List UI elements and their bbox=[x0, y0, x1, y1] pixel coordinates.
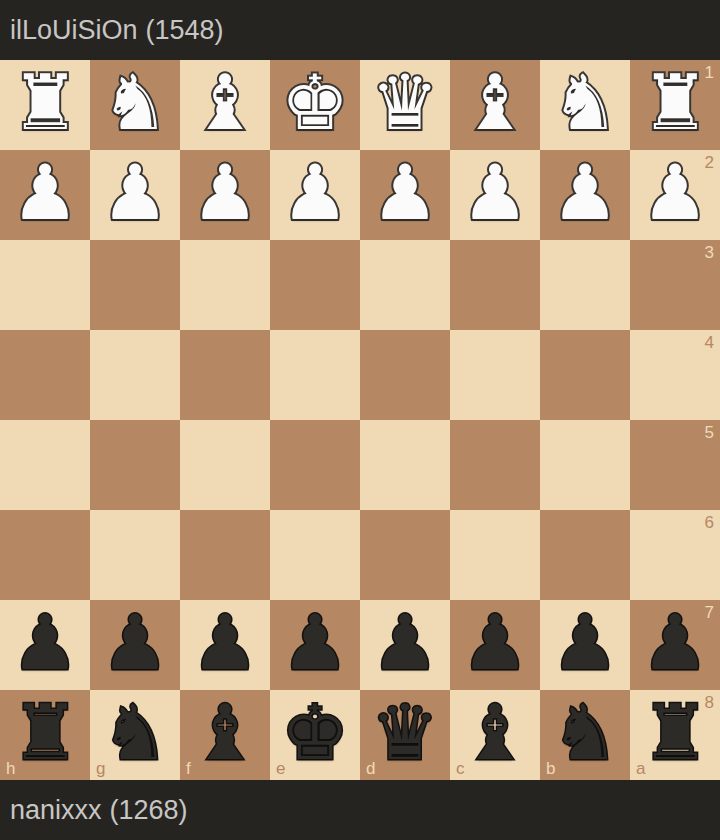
square-a1[interactable]: ♜1 bbox=[630, 60, 720, 150]
square-f2[interactable]: ♟ bbox=[180, 150, 270, 240]
square-f4[interactable] bbox=[180, 330, 270, 420]
square-a7[interactable]: ♟7 bbox=[630, 600, 720, 690]
square-b8[interactable]: ♞b bbox=[540, 690, 630, 780]
chess-board[interactable]: ♜♞♝♚♛♝♞♜1♟♟♟♟♟♟♟♟23456♟♟♟♟♟♟♟♟7♜h♞g♝f♚e♛… bbox=[0, 60, 720, 780]
rank-label-4: 4 bbox=[705, 334, 714, 351]
square-h4[interactable] bbox=[0, 330, 90, 420]
square-a3[interactable]: 3 bbox=[630, 240, 720, 330]
square-e5[interactable] bbox=[270, 420, 360, 510]
piece-black-queen[interactable]: ♛ bbox=[371, 688, 439, 778]
square-a2[interactable]: ♟2 bbox=[630, 150, 720, 240]
piece-black-pawn[interactable]: ♟ bbox=[551, 598, 619, 688]
piece-white-knight[interactable]: ♞ bbox=[551, 58, 619, 148]
square-b5[interactable] bbox=[540, 420, 630, 510]
square-e7[interactable]: ♟ bbox=[270, 600, 360, 690]
piece-black-pawn[interactable]: ♟ bbox=[11, 598, 79, 688]
square-g8[interactable]: ♞g bbox=[90, 690, 180, 780]
piece-white-knight[interactable]: ♞ bbox=[101, 58, 169, 148]
square-a8[interactable]: ♜8a bbox=[630, 690, 720, 780]
square-h6[interactable] bbox=[0, 510, 90, 600]
piece-black-pawn[interactable]: ♟ bbox=[641, 598, 709, 688]
chess-app: ilLoUiSiOn (1548) ♜♞♝♚♛♝♞♜1♟♟♟♟♟♟♟♟23456… bbox=[0, 0, 720, 840]
square-e2[interactable]: ♟ bbox=[270, 150, 360, 240]
square-c3[interactable] bbox=[450, 240, 540, 330]
square-h3[interactable] bbox=[0, 240, 90, 330]
square-c2[interactable]: ♟ bbox=[450, 150, 540, 240]
square-h7[interactable]: ♟ bbox=[0, 600, 90, 690]
square-f6[interactable] bbox=[180, 510, 270, 600]
square-g6[interactable] bbox=[90, 510, 180, 600]
player-bottom-rating: (1268) bbox=[110, 780, 188, 840]
square-g4[interactable] bbox=[90, 330, 180, 420]
piece-black-knight[interactable]: ♞ bbox=[101, 688, 169, 778]
square-c1[interactable]: ♝ bbox=[450, 60, 540, 150]
square-b7[interactable]: ♟ bbox=[540, 600, 630, 690]
square-b6[interactable] bbox=[540, 510, 630, 600]
square-a5[interactable]: 5 bbox=[630, 420, 720, 510]
player-bottom-name[interactable]: nanixxx bbox=[10, 780, 102, 840]
square-c6[interactable] bbox=[450, 510, 540, 600]
piece-white-pawn[interactable]: ♟ bbox=[371, 148, 439, 238]
square-e8[interactable]: ♚e bbox=[270, 690, 360, 780]
piece-white-pawn[interactable]: ♟ bbox=[281, 148, 349, 238]
piece-black-king[interactable]: ♚ bbox=[281, 688, 349, 778]
square-e3[interactable] bbox=[270, 240, 360, 330]
piece-black-rook[interactable]: ♜ bbox=[11, 688, 79, 778]
piece-white-king[interactable]: ♚ bbox=[281, 58, 349, 148]
square-g7[interactable]: ♟ bbox=[90, 600, 180, 690]
piece-black-pawn[interactable]: ♟ bbox=[191, 598, 259, 688]
player-bottom-bar: nanixxx (1268) bbox=[0, 780, 720, 840]
square-g5[interactable] bbox=[90, 420, 180, 510]
square-b3[interactable] bbox=[540, 240, 630, 330]
player-top-name[interactable]: ilLoUiSiOn bbox=[10, 0, 138, 60]
square-c4[interactable] bbox=[450, 330, 540, 420]
square-e4[interactable] bbox=[270, 330, 360, 420]
piece-white-bishop[interactable]: ♝ bbox=[461, 58, 529, 148]
piece-white-queen[interactable]: ♛ bbox=[371, 58, 439, 148]
square-f8[interactable]: ♝f bbox=[180, 690, 270, 780]
rank-label-3: 3 bbox=[705, 244, 714, 261]
piece-white-pawn[interactable]: ♟ bbox=[101, 148, 169, 238]
piece-white-rook[interactable]: ♜ bbox=[641, 58, 709, 148]
square-f3[interactable] bbox=[180, 240, 270, 330]
piece-black-pawn[interactable]: ♟ bbox=[101, 598, 169, 688]
player-top-rating: (1548) bbox=[146, 0, 224, 60]
piece-black-pawn[interactable]: ♟ bbox=[371, 598, 439, 688]
square-d2[interactable]: ♟ bbox=[360, 150, 450, 240]
piece-black-rook[interactable]: ♜ bbox=[641, 688, 709, 778]
square-h1[interactable]: ♜ bbox=[0, 60, 90, 150]
square-e6[interactable] bbox=[270, 510, 360, 600]
square-g3[interactable] bbox=[90, 240, 180, 330]
square-a6[interactable]: 6 bbox=[630, 510, 720, 600]
square-h2[interactable]: ♟ bbox=[0, 150, 90, 240]
rank-label-5: 5 bbox=[705, 424, 714, 441]
square-d5[interactable] bbox=[360, 420, 450, 510]
square-d1[interactable]: ♛ bbox=[360, 60, 450, 150]
piece-white-rook[interactable]: ♜ bbox=[11, 58, 79, 148]
square-f1[interactable]: ♝ bbox=[180, 60, 270, 150]
square-f5[interactable] bbox=[180, 420, 270, 510]
rank-label-6: 6 bbox=[705, 514, 714, 531]
square-g1[interactable]: ♞ bbox=[90, 60, 180, 150]
piece-white-pawn[interactable]: ♟ bbox=[641, 148, 709, 238]
square-b1[interactable]: ♞ bbox=[540, 60, 630, 150]
player-top-bar: ilLoUiSiOn (1548) bbox=[0, 0, 720, 60]
square-e1[interactable]: ♚ bbox=[270, 60, 360, 150]
square-f7[interactable]: ♟ bbox=[180, 600, 270, 690]
square-h5[interactable] bbox=[0, 420, 90, 510]
square-d3[interactable] bbox=[360, 240, 450, 330]
square-b2[interactable]: ♟ bbox=[540, 150, 630, 240]
piece-black-pawn[interactable]: ♟ bbox=[461, 598, 529, 688]
square-c8[interactable]: ♝c bbox=[450, 690, 540, 780]
square-a4[interactable]: 4 bbox=[630, 330, 720, 420]
square-b4[interactable] bbox=[540, 330, 630, 420]
square-c5[interactable] bbox=[450, 420, 540, 510]
square-g2[interactable]: ♟ bbox=[90, 150, 180, 240]
piece-black-bishop[interactable]: ♝ bbox=[191, 688, 259, 778]
piece-white-pawn[interactable]: ♟ bbox=[551, 148, 619, 238]
piece-black-bishop[interactable]: ♝ bbox=[461, 688, 529, 778]
square-d8[interactable]: ♛d bbox=[360, 690, 450, 780]
square-d4[interactable] bbox=[360, 330, 450, 420]
square-c7[interactable]: ♟ bbox=[450, 600, 540, 690]
square-d6[interactable] bbox=[360, 510, 450, 600]
square-h8[interactable]: ♜h bbox=[0, 690, 90, 780]
piece-white-pawn[interactable]: ♟ bbox=[11, 148, 79, 238]
square-d7[interactable]: ♟ bbox=[360, 600, 450, 690]
piece-white-bishop[interactable]: ♝ bbox=[191, 58, 259, 148]
piece-white-pawn[interactable]: ♟ bbox=[191, 148, 259, 238]
piece-white-pawn[interactable]: ♟ bbox=[461, 148, 529, 238]
piece-black-pawn[interactable]: ♟ bbox=[281, 598, 349, 688]
piece-black-knight[interactable]: ♞ bbox=[551, 688, 619, 778]
